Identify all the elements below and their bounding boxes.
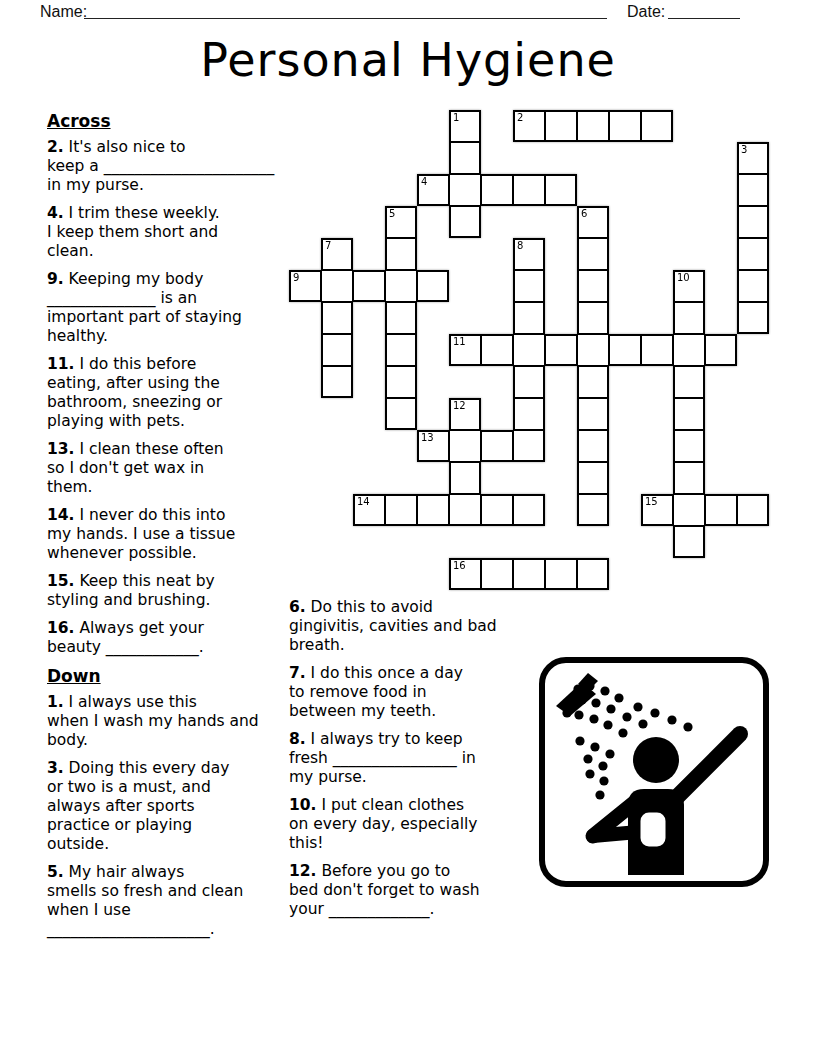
- clue-down-5: 5. My hair alwayssmells so fresh and cle…: [47, 863, 293, 939]
- clue-down-5-line-1: smells so fresh and clean: [47, 882, 293, 901]
- grid-cell-r10c5[interactable]: [449, 430, 481, 462]
- grid-cell-r7c13[interactable]: [705, 334, 737, 366]
- grid-cell-r12c14[interactable]: [737, 494, 769, 526]
- grid-cell-r12c13[interactable]: [705, 494, 737, 526]
- clue-across-13-line-0: 13. I clean these often: [47, 440, 293, 459]
- clue-across-15: 15. Keep this neat bystyling and brushin…: [47, 572, 293, 610]
- grid-cell-r12c12[interactable]: [673, 494, 705, 526]
- clue-down-1-line-2: body.: [47, 731, 293, 750]
- clues-left-column: Across 2. It's also nice tokeep a ______…: [47, 111, 293, 948]
- clue-across-14-line-0: 14. I never do this into: [47, 506, 293, 525]
- clue-across-4-line-2: clean.: [47, 242, 293, 261]
- clue-down-7: 7. I do this once a dayto remove food in…: [289, 664, 544, 721]
- grid-cell-r7c5[interactable]: 11: [449, 334, 481, 366]
- clue-across-16: 16. Always get yourbeauty ____________.: [47, 619, 293, 657]
- clue-down-3-line-0: 3. Doing this every day: [47, 759, 293, 778]
- clue-down-8-line-2: my purse.: [289, 768, 544, 787]
- clue-across-11-line-3: playing with pets.: [47, 412, 293, 431]
- clue-down-3: 3. Doing this every dayor two is a must,…: [47, 759, 293, 854]
- grid-cell-r11c5[interactable]: [449, 462, 481, 494]
- grid-cell-r0c9[interactable]: [577, 110, 609, 142]
- clue-down-8-line-1: fresh ________________ in: [289, 749, 544, 768]
- grid-cell-r2c4[interactable]: 4: [417, 174, 449, 206]
- clue-across-9-line-0: 9. Keeping my body: [47, 270, 293, 289]
- clue-down-5-line-2: when I use: [47, 901, 293, 920]
- grid-cell-r7c9[interactable]: [577, 334, 609, 366]
- grid-cell-r12c6[interactable]: [481, 494, 513, 526]
- clue-number-4: 4: [421, 176, 427, 187]
- grid-cell-r5c3[interactable]: [385, 270, 417, 302]
- clue-number-3: 3: [741, 144, 747, 155]
- grid-cell-r1c5[interactable]: [449, 142, 481, 174]
- grid-cell-r10c9[interactable]: [577, 430, 609, 462]
- shower-icon: [538, 655, 770, 889]
- clue-across-9-line-2: important part of staying: [47, 308, 293, 327]
- grid-cell-r0c11[interactable]: [641, 110, 673, 142]
- grid-cell-r9c9[interactable]: [577, 398, 609, 430]
- clue-across-9-line-3: healthy.: [47, 327, 293, 346]
- grid-cell-r12c2[interactable]: 14: [353, 494, 385, 526]
- clue-down-1-line-1: when I wash my hands and: [47, 712, 293, 731]
- clue-down-6-line-0: 6. Do this to avoid: [289, 598, 544, 617]
- clue-down-12: 12. Before you go tobed don't forget to …: [289, 862, 544, 919]
- grid-cell-r12c7[interactable]: [513, 494, 545, 526]
- bent-forearm: [593, 832, 638, 836]
- clue-down-12-line-2: your _____________.: [289, 900, 544, 919]
- grid-cell-r0c7[interactable]: 2: [513, 110, 545, 142]
- grid-cell-r5c14[interactable]: [737, 270, 769, 302]
- clue-down-7-line-1: to remove food in: [289, 683, 544, 702]
- grid-cell-r9c3[interactable]: [385, 398, 417, 430]
- clue-down-10: 10. I put clean clotheson every day, esp…: [289, 796, 544, 853]
- grid-cell-r5c0[interactable]: 9: [289, 270, 321, 302]
- clue-across-4: 4. I trim these weekly.I keep them short…: [47, 204, 293, 261]
- clue-across-2-line-2: in my purse.: [47, 176, 293, 195]
- grid-cell-r12c4[interactable]: [417, 494, 449, 526]
- clue-number-10: 10: [677, 272, 690, 283]
- clue-down-8: 8. I always try to keepfresh ___________…: [289, 730, 544, 787]
- grid-cell-r0c8[interactable]: [545, 110, 577, 142]
- grid-cell-r10c7[interactable]: [513, 430, 545, 462]
- clue-across-16-line-0: 16. Always get your: [47, 619, 293, 638]
- grid-cell-r14c8[interactable]: [545, 558, 577, 590]
- grid-cell-r1c14[interactable]: 3: [737, 142, 769, 174]
- grid-cell-r14c6[interactable]: [481, 558, 513, 590]
- head: [633, 737, 679, 783]
- grid-cell-r5c7[interactable]: [513, 270, 545, 302]
- grid-cell-r7c10[interactable]: [609, 334, 641, 366]
- grid-cell-r6c3[interactable]: [385, 302, 417, 334]
- clue-across-9: 9. Keeping my body______________ is anim…: [47, 270, 293, 346]
- grid-cell-r0c5[interactable]: 1: [449, 110, 481, 142]
- grid-cell-r4c14[interactable]: [737, 238, 769, 270]
- grid-cell-r10c4[interactable]: 13: [417, 430, 449, 462]
- clue-down-5-line-3: _____________________.: [47, 920, 293, 939]
- clue-down-6-line-1: gingivitis, cavities and bad: [289, 617, 544, 636]
- clue-across-14: 14. I never do this intomy hands. I use …: [47, 506, 293, 563]
- clue-number-8: 8: [517, 240, 523, 251]
- clue-down-10-line-0: 10. I put clean clothes: [289, 796, 544, 815]
- clue-down-6-line-2: breath.: [289, 636, 544, 655]
- grid-cell-r5c4[interactable]: [417, 270, 449, 302]
- clue-down-8-line-0: 8. I always try to keep: [289, 730, 544, 749]
- down-clues-left: 1. I always use thiswhen I wash my hands…: [47, 693, 293, 939]
- clue-across-11: 11. I do this beforeeating, after using …: [47, 355, 293, 431]
- clue-number-11: 11: [453, 336, 466, 347]
- grid-cell-r12c9[interactable]: [577, 494, 609, 526]
- grid-cell-r7c3[interactable]: [385, 334, 417, 366]
- shower-person-pictogram: [538, 655, 770, 889]
- clue-down-3-line-3: practice or playing: [47, 816, 293, 835]
- clue-across-13-line-1: so I don't get wax in: [47, 459, 293, 478]
- clue-across-11-line-2: bathroom, sneezing or: [47, 393, 293, 412]
- clue-down-3-line-1: or two is a must, and: [47, 778, 293, 797]
- grid-cell-r7c1[interactable]: [321, 334, 353, 366]
- clue-number-1: 1: [453, 112, 459, 123]
- grid-cell-r5c9[interactable]: [577, 270, 609, 302]
- clue-across-9-line-1: ______________ is an: [47, 289, 293, 308]
- clue-across-14-line-2: whenever possible.: [47, 544, 293, 563]
- clue-number-16: 16: [453, 560, 466, 571]
- name-label: Name:: [40, 3, 87, 21]
- grid-cell-r12c11[interactable]: 15: [641, 494, 673, 526]
- grid-cell-r2c14[interactable]: [737, 174, 769, 206]
- grid-cell-r4c3[interactable]: [385, 238, 417, 270]
- date-label: Date:: [627, 3, 665, 21]
- grid-cell-r14c5[interactable]: 16: [449, 558, 481, 590]
- grid-cell-r6c14[interactable]: [737, 302, 769, 334]
- clue-across-13-line-2: them.: [47, 478, 293, 497]
- clue-across-11-line-0: 11. I do this before: [47, 355, 293, 374]
- clue-number-12: 12: [453, 400, 466, 411]
- page-title: Personal Hygiene: [0, 33, 816, 87]
- grid-cell-r7c11[interactable]: [641, 334, 673, 366]
- grid-cell-r7c6[interactable]: [481, 334, 513, 366]
- clue-number-7: 7: [325, 240, 331, 251]
- grid-cell-r7c7[interactable]: [513, 334, 545, 366]
- clue-across-15-line-0: 15. Keep this neat by: [47, 572, 293, 591]
- grid-cell-r6c9[interactable]: [577, 302, 609, 334]
- across-heading: Across: [47, 111, 293, 131]
- clue-across-11-line-1: eating, after using the: [47, 374, 293, 393]
- clue-across-14-line-1: my hands. I use a tissue: [47, 525, 293, 544]
- grid-cell-r14c7[interactable]: [513, 558, 545, 590]
- clue-down-12-line-0: 12. Before you go to: [289, 862, 544, 881]
- grid-cell-r4c9[interactable]: [577, 238, 609, 270]
- grid-cell-r2c6[interactable]: [481, 174, 513, 206]
- grid-cell-r2c8[interactable]: [545, 174, 577, 206]
- date-blank-line[interactable]: [668, 2, 740, 19]
- grid-cell-r8c12[interactable]: [673, 366, 705, 398]
- across-clues: 2. It's also nice tokeep a _____________…: [47, 138, 293, 657]
- grid-cell-r3c3[interactable]: 5: [385, 206, 417, 238]
- down-heading: Down: [47, 666, 293, 686]
- grid-cell-r2c7[interactable]: [513, 174, 545, 206]
- grid-cell-r6c1[interactable]: [321, 302, 353, 334]
- grid-cell-r6c12[interactable]: [673, 302, 705, 334]
- clue-across-4-line-1: I keep them short and: [47, 223, 293, 242]
- clue-across-2-line-1: keep a ______________________: [47, 157, 293, 176]
- grid-cell-r4c7[interactable]: 8: [513, 238, 545, 270]
- grid-cell-r9c12[interactable]: [673, 398, 705, 430]
- clue-down-3-line-2: always after sports: [47, 797, 293, 816]
- clue-across-4-line-0: 4. I trim these weekly.: [47, 204, 293, 223]
- clue-across-13: 13. I clean these oftenso I don't get wa…: [47, 440, 293, 497]
- clue-number-13: 13: [421, 432, 434, 443]
- clue-down-1: 1. I always use thiswhen I wash my hands…: [47, 693, 293, 750]
- grid-cell-r8c9[interactable]: [577, 366, 609, 398]
- grid-cell-r13c12[interactable]: [673, 526, 705, 558]
- clue-down-10-line-1: on every day, especially: [289, 815, 544, 834]
- grid-cell-r14c9[interactable]: [577, 558, 609, 590]
- grid-cell-r7c12[interactable]: [673, 334, 705, 366]
- clue-across-15-line-1: styling and brushing.: [47, 591, 293, 610]
- grid-cell-r5c1[interactable]: [321, 270, 353, 302]
- grid-cell-r11c9[interactable]: [577, 462, 609, 494]
- grid-cell-r0c10[interactable]: [609, 110, 641, 142]
- clue-down-1-line-0: 1. I always use this: [47, 693, 293, 712]
- grid-cell-r9c5[interactable]: 12: [449, 398, 481, 430]
- grid-cell-r7c8[interactable]: [545, 334, 577, 366]
- name-blank-line[interactable]: [84, 2, 607, 19]
- grid-cell-r3c5[interactable]: [449, 206, 481, 238]
- grid-cell-r12c3[interactable]: [385, 494, 417, 526]
- grid-cell-r5c2[interactable]: [353, 270, 385, 302]
- clue-down-7-line-2: between my teeth.: [289, 702, 544, 721]
- clue-down-12-line-1: bed don't forget to wash: [289, 881, 544, 900]
- clue-across-2-line-0: 2. It's also nice to: [47, 138, 293, 157]
- clue-down-3-line-4: outside.: [47, 835, 293, 854]
- clue-number-2: 2: [517, 112, 523, 123]
- grid-cell-r10c6[interactable]: [481, 430, 513, 462]
- grid-cell-r5c12[interactable]: 10: [673, 270, 705, 302]
- grid-cell-r11c12[interactable]: [673, 462, 705, 494]
- soap: [642, 814, 664, 845]
- clue-number-6: 6: [581, 208, 587, 219]
- grid-cell-r8c3[interactable]: [385, 366, 417, 398]
- crossword-grid: 12345678910111213141516: [289, 110, 770, 591]
- down-clues-middle: 6. Do this to avoidgingivitis, cavities …: [289, 598, 544, 919]
- clue-down-10-line-2: this!: [289, 834, 544, 853]
- clue-number-15: 15: [645, 496, 658, 507]
- grid-cell-r8c7[interactable]: [513, 366, 545, 398]
- grid-cell-r9c7[interactable]: [513, 398, 545, 430]
- clue-down-6: 6. Do this to avoidgingivitis, cavities …: [289, 598, 544, 655]
- grid-cell-r6c7[interactable]: [513, 302, 545, 334]
- clue-number-14: 14: [357, 496, 370, 507]
- grid-cell-r2c5[interactable]: [449, 174, 481, 206]
- grid-cell-r3c14[interactable]: [737, 206, 769, 238]
- clue-across-2: 2. It's also nice tokeep a _____________…: [47, 138, 293, 195]
- grid-cell-r8c1[interactable]: [321, 366, 353, 398]
- clue-across-16-line-1: beauty ____________.: [47, 638, 293, 657]
- clue-number-9: 9: [293, 272, 299, 283]
- grid-cell-r12c5[interactable]: [449, 494, 481, 526]
- grid-cell-r10c12[interactable]: [673, 430, 705, 462]
- clue-number-5: 5: [389, 208, 395, 219]
- clues-middle-column: 6. Do this to avoidgingivitis, cavities …: [289, 598, 544, 928]
- grid-cell-r3c9[interactable]: 6: [577, 206, 609, 238]
- clue-down-7-line-0: 7. I do this once a day: [289, 664, 544, 683]
- grid-cell-r4c1[interactable]: 7: [321, 238, 353, 270]
- clue-down-5-line-0: 5. My hair always: [47, 863, 293, 882]
